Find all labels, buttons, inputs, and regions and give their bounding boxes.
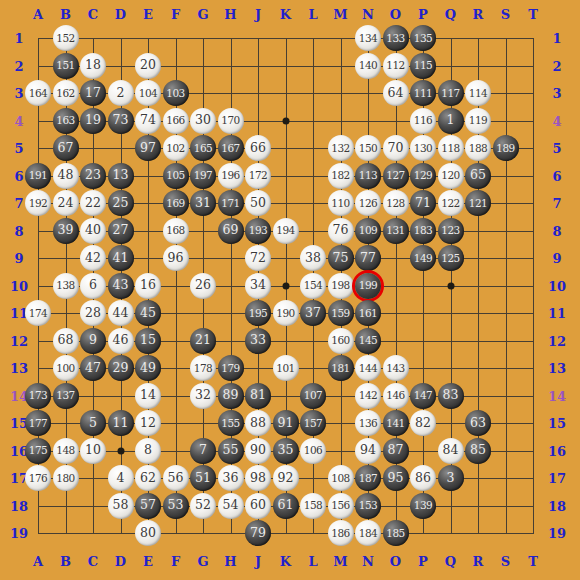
stone-Q4-move-1: 1 <box>438 108 464 134</box>
stone-E4-move-74: 74 <box>135 108 161 134</box>
stone-C16-move-10: 10 <box>80 438 106 464</box>
stone-B12-move-68: 68 <box>53 328 79 354</box>
stone-O19-move-185: 185 <box>383 520 409 546</box>
stone-R6-move-65: 65 <box>465 163 491 189</box>
star-point <box>282 282 289 289</box>
stone-H4-move-170: 170 <box>218 108 244 134</box>
column-label-bottom: L <box>308 554 317 569</box>
stone-H16-move-55: 55 <box>218 438 244 464</box>
stone-N8-move-109: 109 <box>355 218 381 244</box>
stone-F17-move-56: 56 <box>163 465 189 491</box>
stone-O3-move-64: 64 <box>383 80 409 106</box>
row-label-left: 3 <box>14 86 23 101</box>
row-label-left: 18 <box>10 498 28 513</box>
stone-N15-move-136: 136 <box>355 410 381 436</box>
stone-E10-move-16: 16 <box>135 273 161 299</box>
stone-E19-move-80: 80 <box>135 520 161 546</box>
stone-Q14-move-83: 83 <box>438 383 464 409</box>
stone-E5-move-97: 97 <box>135 135 161 161</box>
column-label-bottom: F <box>171 554 180 569</box>
stone-G4-move-30: 30 <box>190 108 216 134</box>
stone-M6-move-182: 182 <box>328 163 354 189</box>
star-point <box>447 282 454 289</box>
stone-O2-move-112: 112 <box>383 53 409 79</box>
stone-O5-move-70: 70 <box>383 135 409 161</box>
column-label-top: E <box>143 7 153 22</box>
stone-C8-move-40: 40 <box>80 218 106 244</box>
stone-S5-move-189: 189 <box>493 135 519 161</box>
stone-N9-move-77: 77 <box>355 245 381 271</box>
column-label-top: R <box>473 7 484 22</box>
column-label-top: B <box>60 7 71 22</box>
stone-A3-move-164: 164 <box>25 80 51 106</box>
column-label-bottom: T <box>528 554 538 569</box>
stone-O8-move-131: 131 <box>383 218 409 244</box>
stone-A16-move-175: 175 <box>25 438 51 464</box>
stone-C9-move-42: 42 <box>80 245 106 271</box>
column-label-bottom: B <box>60 554 71 569</box>
stone-N19-move-184: 184 <box>355 520 381 546</box>
stone-B7-move-24: 24 <box>53 190 79 216</box>
stone-B5-move-67: 67 <box>53 135 79 161</box>
row-label-left: 1 <box>14 31 23 46</box>
stone-D18-move-58: 58 <box>108 493 134 519</box>
column-label-top: J <box>255 7 261 22</box>
stone-F18-move-53: 53 <box>163 493 189 519</box>
stone-B3-move-162: 162 <box>53 80 79 106</box>
stone-O17-move-95: 95 <box>383 465 409 491</box>
stone-D13-move-29: 29 <box>108 355 134 381</box>
stone-C3-move-17: 17 <box>80 80 106 106</box>
row-label-left: 19 <box>10 526 28 541</box>
stone-J14-move-81: 81 <box>245 383 271 409</box>
row-label-right: 7 <box>552 196 561 211</box>
column-label-top: A <box>33 7 43 22</box>
stone-P6-move-129: 129 <box>410 163 436 189</box>
stone-Q7-move-122: 122 <box>438 190 464 216</box>
stone-K16-move-35: 35 <box>273 438 299 464</box>
column-label-bottom: M <box>333 554 347 569</box>
column-label-top: T <box>528 7 538 22</box>
stone-D8-move-27: 27 <box>108 218 134 244</box>
row-label-left: 6 <box>14 168 23 183</box>
stone-P7-move-71: 71 <box>410 190 436 216</box>
stone-R3-move-114: 114 <box>465 80 491 106</box>
column-label-top: D <box>115 7 126 22</box>
stone-J16-move-90: 90 <box>245 438 271 464</box>
stone-L15-move-157: 157 <box>300 410 326 436</box>
column-label-top: K <box>280 7 291 22</box>
stone-C6-move-23: 23 <box>80 163 106 189</box>
column-label-bottom: R <box>473 554 484 569</box>
stone-J19-move-79: 79 <box>245 520 271 546</box>
stone-B14-move-137: 137 <box>53 383 79 409</box>
stone-C15-move-5: 5 <box>80 410 106 436</box>
stone-Q3-move-117: 117 <box>438 80 464 106</box>
stone-F8-move-168: 168 <box>163 218 189 244</box>
stone-E12-move-15: 15 <box>135 328 161 354</box>
stone-H18-move-54: 54 <box>218 493 244 519</box>
stone-P8-move-183: 183 <box>410 218 436 244</box>
row-label-right: 13 <box>548 361 566 376</box>
stone-N11-move-161: 161 <box>355 300 381 326</box>
stone-M17-move-108: 108 <box>328 465 354 491</box>
stone-E2-move-20: 20 <box>135 53 161 79</box>
stone-M19-move-186: 186 <box>328 520 354 546</box>
stone-E11-move-45: 45 <box>135 300 161 326</box>
stone-O14-move-146: 146 <box>383 383 409 409</box>
stone-R7-move-121: 121 <box>465 190 491 216</box>
stone-B8-move-39: 39 <box>53 218 79 244</box>
stone-O15-move-141: 141 <box>383 410 409 436</box>
stone-M18-move-156: 156 <box>328 493 354 519</box>
stone-A6-move-191: 191 <box>25 163 51 189</box>
stone-Q16-move-84: 84 <box>438 438 464 464</box>
row-label-left: 4 <box>14 113 23 128</box>
stone-J6-move-172: 172 <box>245 163 271 189</box>
stone-J12-move-33: 33 <box>245 328 271 354</box>
row-label-right: 16 <box>548 443 566 458</box>
column-label-bottom: J <box>255 554 261 569</box>
row-label-right: 19 <box>548 526 566 541</box>
stone-H7-move-171: 171 <box>218 190 244 216</box>
stone-D9-move-41: 41 <box>108 245 134 271</box>
row-label-right: 4 <box>552 113 561 128</box>
stone-H13-move-179: 179 <box>218 355 244 381</box>
column-label-bottom: N <box>362 554 374 569</box>
column-label-top: N <box>362 7 374 22</box>
column-label-bottom: C <box>88 554 98 569</box>
stone-M7-move-110: 110 <box>328 190 354 216</box>
stone-H8-move-69: 69 <box>218 218 244 244</box>
stone-M9-move-75: 75 <box>328 245 354 271</box>
stone-J10-move-34: 34 <box>245 273 271 299</box>
row-label-left: 8 <box>14 223 23 238</box>
row-label-right: 11 <box>548 306 566 321</box>
stone-J17-move-98: 98 <box>245 465 271 491</box>
stone-L14-move-107: 107 <box>300 383 326 409</box>
stone-R5-move-188: 188 <box>465 135 491 161</box>
stone-E3-move-104: 104 <box>135 80 161 106</box>
column-label-bottom: D <box>115 554 126 569</box>
stone-O13-move-143: 143 <box>383 355 409 381</box>
stone-N1-move-134: 134 <box>355 25 381 51</box>
stone-O6-move-127: 127 <box>383 163 409 189</box>
stone-F3-move-103: 103 <box>163 80 189 106</box>
stone-D15-move-11: 11 <box>108 410 134 436</box>
stone-H17-move-36: 36 <box>218 465 244 491</box>
stone-H6-move-196: 196 <box>218 163 244 189</box>
stone-K17-move-92: 92 <box>273 465 299 491</box>
stone-Q8-move-123: 123 <box>438 218 464 244</box>
row-label-right: 12 <box>548 333 566 348</box>
row-label-left: 2 <box>14 58 23 73</box>
stone-B10-move-138: 138 <box>53 273 79 299</box>
stone-D17-move-4: 4 <box>108 465 134 491</box>
stone-L16-move-106: 106 <box>300 438 326 464</box>
stone-N17-move-187: 187 <box>355 465 381 491</box>
stone-M10-move-198: 198 <box>328 273 354 299</box>
stone-R15-move-63: 63 <box>465 410 491 436</box>
star-point <box>117 447 124 454</box>
row-label-right: 5 <box>552 141 561 156</box>
stone-A11-move-174: 174 <box>25 300 51 326</box>
stone-B4-move-163: 163 <box>53 108 79 134</box>
stone-G7-move-31: 31 <box>190 190 216 216</box>
stone-L10-move-154: 154 <box>300 273 326 299</box>
column-label-bottom: Q <box>445 554 456 569</box>
stone-N7-move-126: 126 <box>355 190 381 216</box>
stone-E13-move-49: 49 <box>135 355 161 381</box>
stone-G10-move-26: 26 <box>190 273 216 299</box>
stone-F6-move-105: 105 <box>163 163 189 189</box>
column-label-top: P <box>418 7 428 22</box>
star-point <box>282 117 289 124</box>
stone-P14-move-147: 147 <box>410 383 436 409</box>
stone-M13-move-181: 181 <box>328 355 354 381</box>
column-label-top: S <box>501 7 510 22</box>
column-label-top: O <box>390 7 401 22</box>
stone-G6-move-197: 197 <box>190 163 216 189</box>
stone-P9-move-149: 149 <box>410 245 436 271</box>
stone-C4-move-19: 19 <box>80 108 106 134</box>
stone-H5-move-167: 167 <box>218 135 244 161</box>
stone-R4-move-119: 119 <box>465 108 491 134</box>
stone-L11-move-37: 37 <box>300 300 326 326</box>
row-label-right: 15 <box>548 416 566 431</box>
stone-C12-move-9: 9 <box>80 328 106 354</box>
stone-N2-move-140: 140 <box>355 53 381 79</box>
stone-B2-move-151: 151 <box>53 53 79 79</box>
stone-D12-move-46: 46 <box>108 328 134 354</box>
stone-G17-move-51: 51 <box>190 465 216 491</box>
stone-P5-move-130: 130 <box>410 135 436 161</box>
stone-G5-move-165: 165 <box>190 135 216 161</box>
stone-F7-move-169: 169 <box>163 190 189 216</box>
stone-F4-move-166: 166 <box>163 108 189 134</box>
row-label-right: 10 <box>548 278 566 293</box>
stone-D3-move-2: 2 <box>108 80 134 106</box>
column-label-bottom: P <box>418 554 428 569</box>
stone-E15-move-12: 12 <box>135 410 161 436</box>
stone-O1-move-133: 133 <box>383 25 409 51</box>
row-label-left: 10 <box>10 278 28 293</box>
column-label-bottom: G <box>197 554 208 569</box>
stone-N16-move-94: 94 <box>355 438 381 464</box>
stone-J5-move-66: 66 <box>245 135 271 161</box>
stone-A17-move-176: 176 <box>25 465 51 491</box>
stone-P18-move-139: 139 <box>410 493 436 519</box>
stone-N18-move-153: 153 <box>355 493 381 519</box>
stone-D11-move-44: 44 <box>108 300 134 326</box>
stone-O7-move-128: 128 <box>383 190 409 216</box>
stone-J15-move-88: 88 <box>245 410 271 436</box>
stone-L18-move-158: 158 <box>300 493 326 519</box>
stone-A15-move-177: 177 <box>25 410 51 436</box>
stone-G16-move-7: 7 <box>190 438 216 464</box>
row-label-left: 5 <box>14 141 23 156</box>
row-label-right: 6 <box>552 168 561 183</box>
row-label-right: 14 <box>548 388 566 403</box>
stone-K11-move-190: 190 <box>273 300 299 326</box>
stone-G18-move-52: 52 <box>190 493 216 519</box>
row-label-left: 9 <box>14 251 23 266</box>
column-label-top: M <box>333 7 347 22</box>
stone-L9-move-38: 38 <box>300 245 326 271</box>
row-label-right: 1 <box>552 31 561 46</box>
stone-K18-move-61: 61 <box>273 493 299 519</box>
stone-C7-move-22: 22 <box>80 190 106 216</box>
stone-Q17-move-3: 3 <box>438 465 464 491</box>
stone-P17-move-86: 86 <box>410 465 436 491</box>
stone-Q5-move-118: 118 <box>438 135 464 161</box>
stone-P4-move-116: 116 <box>410 108 436 134</box>
stone-E17-move-62: 62 <box>135 465 161 491</box>
stone-G13-move-178: 178 <box>190 355 216 381</box>
stone-A7-move-192: 192 <box>25 190 51 216</box>
stone-N12-move-145: 145 <box>355 328 381 354</box>
stone-J11-move-195: 195 <box>245 300 271 326</box>
stone-E16-move-8: 8 <box>135 438 161 464</box>
stone-B6-move-48: 48 <box>53 163 79 189</box>
column-label-top: Q <box>445 7 456 22</box>
stone-N5-move-150: 150 <box>355 135 381 161</box>
stone-N14-move-142: 142 <box>355 383 381 409</box>
stone-C13-move-47: 47 <box>80 355 106 381</box>
stone-Q9-move-125: 125 <box>438 245 464 271</box>
column-label-bottom: E <box>143 554 153 569</box>
stone-B1-move-152: 152 <box>53 25 79 51</box>
stone-F5-move-102: 102 <box>163 135 189 161</box>
column-label-top: F <box>171 7 180 22</box>
stone-P1-move-135: 135 <box>410 25 436 51</box>
stone-K15-move-91: 91 <box>273 410 299 436</box>
stone-C10-move-6: 6 <box>80 273 106 299</box>
stone-M11-move-159: 159 <box>328 300 354 326</box>
row-label-right: 2 <box>552 58 561 73</box>
stone-J9-move-72: 72 <box>245 245 271 271</box>
stone-D4-move-73: 73 <box>108 108 134 134</box>
row-label-right: 8 <box>552 223 561 238</box>
column-label-top: C <box>88 7 98 22</box>
column-label-bottom: K <box>280 554 291 569</box>
stone-J7-move-50: 50 <box>245 190 271 216</box>
column-label-top: G <box>197 7 208 22</box>
row-label-right: 9 <box>552 251 561 266</box>
stone-K13-move-101: 101 <box>273 355 299 381</box>
stone-E14-move-14: 14 <box>135 383 161 409</box>
stone-Q6-move-120: 120 <box>438 163 464 189</box>
stone-M8-move-76: 76 <box>328 218 354 244</box>
stone-C2-move-18: 18 <box>80 53 106 79</box>
row-label-right: 3 <box>552 86 561 101</box>
stone-J8-move-193: 193 <box>245 218 271 244</box>
stone-C11-move-28: 28 <box>80 300 106 326</box>
column-label-bottom: A <box>33 554 43 569</box>
stone-N13-move-144: 144 <box>355 355 381 381</box>
stone-N6-move-113: 113 <box>355 163 381 189</box>
column-label-bottom: O <box>390 554 401 569</box>
go-board: AABBCCDDEEFFGGHHJJKKLLMMNNOOPPQQRRSSTT11… <box>0 0 580 580</box>
stone-D6-move-13: 13 <box>108 163 134 189</box>
stone-P15-move-82: 82 <box>410 410 436 436</box>
stone-B16-move-148: 148 <box>53 438 79 464</box>
stone-G14-move-32: 32 <box>190 383 216 409</box>
stone-M5-move-132: 132 <box>328 135 354 161</box>
row-label-right: 18 <box>548 498 566 513</box>
stone-P2-move-115: 115 <box>410 53 436 79</box>
stone-K8-move-194: 194 <box>273 218 299 244</box>
column-label-bottom: H <box>224 554 236 569</box>
column-label-top: L <box>308 7 317 22</box>
stone-E18-move-57: 57 <box>135 493 161 519</box>
stone-N10-move-199: 199 <box>355 273 381 299</box>
row-label-left: 12 <box>10 333 28 348</box>
column-label-bottom: S <box>501 554 510 569</box>
stone-D7-move-25: 25 <box>108 190 134 216</box>
stone-F9-move-96: 96 <box>163 245 189 271</box>
stone-R16-move-85: 85 <box>465 438 491 464</box>
row-label-left: 13 <box>10 361 28 376</box>
stone-O16-move-87: 87 <box>383 438 409 464</box>
stone-D10-move-43: 43 <box>108 273 134 299</box>
stone-H15-move-155: 155 <box>218 410 244 436</box>
stone-P3-move-111: 111 <box>410 80 436 106</box>
stone-M12-move-160: 160 <box>328 328 354 354</box>
row-label-left: 7 <box>14 196 23 211</box>
row-label-right: 17 <box>548 471 566 486</box>
stone-A14-move-173: 173 <box>25 383 51 409</box>
stone-B13-move-100: 100 <box>53 355 79 381</box>
column-label-top: H <box>224 7 236 22</box>
stone-B17-move-180: 180 <box>53 465 79 491</box>
stone-H14-move-89: 89 <box>218 383 244 409</box>
stone-J18-move-60: 60 <box>245 493 271 519</box>
stone-G12-move-21: 21 <box>190 328 216 354</box>
